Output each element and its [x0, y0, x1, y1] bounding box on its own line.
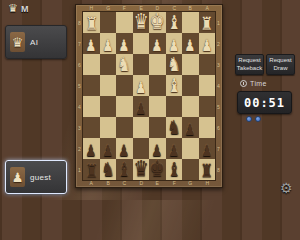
- coord-label: F: [117, 6, 131, 12]
- square-a5[interactable]: [83, 75, 100, 96]
- square-g6[interactable]: [182, 54, 199, 75]
- white-pawn-piece[interactable]: ♟: [152, 142, 163, 158]
- square-a4[interactable]: [83, 96, 100, 117]
- black-rook-piece[interactable]: ♜: [85, 14, 97, 32]
- square-g5[interactable]: [182, 75, 199, 96]
- coord-label: 8: [77, 14, 83, 32]
- request-takeback-button[interactable]: Request Takeback: [235, 54, 264, 75]
- square-b5[interactable]: [100, 75, 117, 96]
- guest-player-name: guest: [30, 173, 51, 182]
- square-d6[interactable]: [133, 54, 150, 75]
- square-d3[interactable]: [133, 117, 150, 138]
- black-pawn-piece[interactable]: ♟: [201, 37, 212, 53]
- black-pawn-piece[interactable]: ♟: [168, 37, 179, 53]
- black-pawn-piece[interactable]: ♟: [152, 37, 163, 53]
- square-e8[interactable]: ♚: [149, 12, 166, 33]
- timer-display: 00:51: [237, 91, 292, 114]
- coord-label: H: [84, 6, 98, 12]
- square-e1[interactable]: ♚: [149, 159, 166, 180]
- white-queen-piece[interactable]: ♛: [133, 158, 148, 180]
- coord-label: 6: [77, 56, 83, 74]
- square-h5[interactable]: [199, 75, 216, 96]
- black-pawn-piece[interactable]: ♟: [102, 37, 113, 53]
- white-knight-piece[interactable]: ♞: [167, 118, 180, 138]
- square-a8[interactable]: ♜: [83, 12, 100, 33]
- coord-label: G: [183, 181, 197, 187]
- coord-label: C: [117, 181, 131, 187]
- square-c7[interactable]: ♟: [116, 33, 133, 54]
- coord-label: 5: [216, 98, 222, 116]
- square-d1[interactable]: ♛: [133, 159, 150, 180]
- coord-label: 7: [77, 35, 83, 53]
- square-d8[interactable]: ♛: [133, 12, 150, 33]
- square-g3[interactable]: ♟: [182, 117, 199, 138]
- square-g4[interactable]: [182, 96, 199, 117]
- white-pawn-piece[interactable]: ♟: [201, 142, 212, 158]
- coord-label: B: [183, 6, 197, 12]
- board-grid: ♜♛♚♝♜♟♟♟♟♟♟♟♞♞♟♝♟♞♟♟♟♟♟♟♟♜♞♝♛♚♝♜: [83, 12, 215, 180]
- coord-label: H: [200, 181, 214, 187]
- square-b4[interactable]: [100, 96, 117, 117]
- time-label-row: Time: [240, 80, 267, 87]
- coord-label: F: [167, 181, 181, 187]
- rank-labels-right: 12345678: [215, 12, 222, 180]
- white-pawn-piece[interactable]: ♟: [135, 100, 146, 116]
- black-rook-piece[interactable]: ♜: [201, 14, 213, 32]
- square-f7[interactable]: ♟: [166, 33, 183, 54]
- request-draw-button[interactable]: Request Draw: [266, 54, 295, 75]
- coord-label: 2: [77, 140, 83, 158]
- coord-label: D: [134, 181, 148, 187]
- coord-label: 4: [77, 98, 83, 116]
- square-f8[interactable]: ♝: [166, 12, 183, 33]
- square-f4[interactable]: [166, 96, 183, 117]
- black-bishop-piece[interactable]: ♝: [167, 76, 180, 96]
- square-h8[interactable]: ♜: [199, 12, 216, 33]
- square-e5[interactable]: [149, 75, 166, 96]
- square-d2[interactable]: [133, 138, 150, 159]
- square-b2[interactable]: ♟: [100, 138, 117, 159]
- white-king-piece[interactable]: ♚: [150, 158, 165, 180]
- square-g1[interactable]: [182, 159, 199, 180]
- black-pawn-piece[interactable]: ♟: [86, 37, 97, 53]
- square-d4[interactable]: ♟: [133, 96, 150, 117]
- black-queen-piece[interactable]: ♛: [133, 11, 148, 33]
- white-knight-piece[interactable]: ♞: [101, 160, 114, 180]
- coord-label: B: [101, 181, 115, 187]
- square-a6[interactable]: [83, 54, 100, 75]
- square-f5[interactable]: ♝: [166, 75, 183, 96]
- square-f2[interactable]: ♟: [166, 138, 183, 159]
- guest-avatar: ♟: [10, 167, 25, 187]
- coord-label: A: [84, 181, 98, 187]
- square-e2[interactable]: ♟: [149, 138, 166, 159]
- square-b6[interactable]: [100, 54, 117, 75]
- square-d7[interactable]: [133, 33, 150, 54]
- player-panel-ai: ♛ AI: [5, 25, 67, 59]
- square-h2[interactable]: ♟: [199, 138, 216, 159]
- menu-label: M: [21, 4, 29, 14]
- square-c4[interactable]: [116, 96, 133, 117]
- square-g7[interactable]: ♟: [182, 33, 199, 54]
- black-knight-piece[interactable]: ♞: [167, 55, 180, 75]
- white-bishop-piece[interactable]: ♝: [167, 160, 180, 180]
- square-e7[interactable]: ♟: [149, 33, 166, 54]
- chess-board: HGFEDCBA ABCDEFGH 87654321 12345678 ♜♛♚♝…: [75, 4, 223, 188]
- square-a2[interactable]: ♟: [83, 138, 100, 159]
- square-e6[interactable]: [149, 54, 166, 75]
- square-c3[interactable]: [116, 117, 133, 138]
- square-g8[interactable]: [182, 12, 199, 33]
- square-f3[interactable]: ♞: [166, 117, 183, 138]
- square-b7[interactable]: ♟: [100, 33, 117, 54]
- square-f6[interactable]: ♞: [166, 54, 183, 75]
- square-c1[interactable]: ♝: [116, 159, 133, 180]
- square-b1[interactable]: ♞: [100, 159, 117, 180]
- square-e4[interactable]: [149, 96, 166, 117]
- square-h6[interactable]: [199, 54, 216, 75]
- coord-label: 1: [216, 14, 222, 32]
- black-pawn-piece[interactable]: ♟: [119, 37, 130, 53]
- square-c5[interactable]: [116, 75, 133, 96]
- square-e3[interactable]: [149, 117, 166, 138]
- coord-label: 7: [216, 140, 222, 158]
- queen-icon: ♛: [8, 2, 18, 15]
- square-a7[interactable]: ♟: [83, 33, 100, 54]
- square-f1[interactable]: ♝: [166, 159, 183, 180]
- square-c6[interactable]: ♞: [116, 54, 133, 75]
- black-bishop-piece[interactable]: ♝: [167, 13, 180, 33]
- coord-label: 5: [77, 77, 83, 95]
- coord-label: E: [134, 6, 148, 12]
- coord-label: D: [150, 6, 164, 12]
- coord-label: 2: [216, 35, 222, 53]
- square-b8[interactable]: [100, 12, 117, 33]
- time-label: Time: [250, 80, 267, 87]
- coord-label: 4: [216, 77, 222, 95]
- ai-avatar: ♛: [10, 32, 25, 52]
- coord-label: C: [167, 6, 181, 12]
- settings-gear-icon[interactable]: ⚙: [280, 180, 293, 196]
- square-h4[interactable]: [199, 96, 216, 117]
- player-panel-guest: ♟ guest: [5, 160, 67, 194]
- black-pawn-piece[interactable]: ♟: [135, 79, 146, 95]
- indicator-dot-2: [255, 116, 261, 122]
- white-pawn-piece[interactable]: ♟: [185, 121, 196, 137]
- white-pawn-piece[interactable]: ♟: [86, 142, 97, 158]
- white-rook-piece[interactable]: ♜: [85, 161, 97, 179]
- coord-label: E: [150, 181, 164, 187]
- white-rook-piece[interactable]: ♜: [201, 161, 213, 179]
- coord-label: 3: [216, 56, 222, 74]
- file-labels-bottom: ABCDEFGH: [83, 180, 215, 187]
- square-h7[interactable]: ♟: [199, 33, 216, 54]
- square-c2[interactable]: ♟: [116, 138, 133, 159]
- rank-labels-left: 87654321: [76, 12, 83, 180]
- coord-label: 6: [216, 119, 222, 137]
- app-logo[interactable]: ♛ M: [8, 2, 28, 15]
- clock-icon: [240, 80, 247, 87]
- white-bishop-piece[interactable]: ♝: [118, 160, 131, 180]
- black-knight-piece[interactable]: ♞: [118, 55, 131, 75]
- white-pawn-piece[interactable]: ♟: [168, 142, 179, 158]
- coord-label: A: [200, 6, 214, 12]
- ai-player-name: AI: [30, 38, 38, 47]
- coord-label: G: [101, 6, 115, 12]
- square-d5[interactable]: ♟: [133, 75, 150, 96]
- indicator-dot-1: [246, 116, 252, 122]
- file-labels-top: HGFEDCBA: [83, 5, 215, 12]
- black-pawn-piece[interactable]: ♟: [185, 37, 196, 53]
- square-h1[interactable]: ♜: [199, 159, 216, 180]
- white-pawn-piece[interactable]: ♟: [102, 142, 113, 158]
- pawn-icon: ♟: [12, 170, 24, 185]
- square-h3[interactable]: [199, 117, 216, 138]
- square-a1[interactable]: ♜: [83, 159, 100, 180]
- square-c8[interactable]: [116, 12, 133, 33]
- white-pawn-piece[interactable]: ♟: [119, 142, 130, 158]
- queen-icon: ♛: [12, 35, 24, 50]
- coord-label: 3: [77, 119, 83, 137]
- coord-label: 8: [216, 161, 222, 179]
- square-b3[interactable]: [100, 117, 117, 138]
- square-g2[interactable]: [182, 138, 199, 159]
- coord-label: 1: [77, 161, 83, 179]
- square-a3[interactable]: [83, 117, 100, 138]
- black-king-piece[interactable]: ♚: [150, 11, 165, 33]
